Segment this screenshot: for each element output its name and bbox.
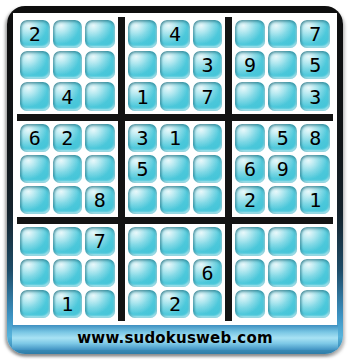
cell-r1c3[interactable] xyxy=(85,20,115,48)
cell-r9c4[interactable] xyxy=(128,290,158,318)
cell-r3c2[interactable]: 4 xyxy=(53,82,83,110)
cell-r7c3[interactable]: 7 xyxy=(85,227,115,255)
box-4: 628 xyxy=(17,121,118,218)
cell-r7c4[interactable] xyxy=(128,227,158,255)
box-2: 4317 xyxy=(125,17,226,114)
cell-r2c8[interactable] xyxy=(268,51,298,79)
cell-r9c7[interactable] xyxy=(235,290,265,318)
cell-r5c2[interactable] xyxy=(53,155,83,183)
cell-r3c1[interactable] xyxy=(20,82,50,110)
cell-r9c5[interactable]: 2 xyxy=(160,290,190,318)
sudoku-page: 24 4317 7953 628 315 586921 71 62 www.su… xyxy=(0,0,350,360)
cell-r1c6[interactable] xyxy=(193,20,223,48)
cell-r7c2[interactable] xyxy=(53,227,83,255)
cell-r7c7[interactable] xyxy=(235,227,265,255)
cell-r2c1[interactable] xyxy=(20,51,50,79)
box-1: 24 xyxy=(17,17,118,114)
cell-r6c9[interactable]: 1 xyxy=(300,186,330,214)
cell-r9c2[interactable]: 1 xyxy=(53,290,83,318)
cell-r5c7[interactable]: 6 xyxy=(235,155,265,183)
cell-r6c6[interactable] xyxy=(193,186,223,214)
cell-r4c6[interactable] xyxy=(193,124,223,152)
cell-r2c3[interactable] xyxy=(85,51,115,79)
cell-r4c8[interactable]: 5 xyxy=(268,124,298,152)
cell-r3c4[interactable]: 1 xyxy=(128,82,158,110)
cell-r8c5[interactable] xyxy=(160,259,190,287)
cell-r9c6[interactable] xyxy=(193,290,223,318)
cell-r8c4[interactable] xyxy=(128,259,158,287)
cell-r8c8[interactable] xyxy=(268,259,298,287)
cell-r4c3[interactable] xyxy=(85,124,115,152)
cell-r5c9[interactable] xyxy=(300,155,330,183)
cell-r5c8[interactable]: 9 xyxy=(268,155,298,183)
cell-r2c7[interactable]: 9 xyxy=(235,51,265,79)
cell-r4c7[interactable] xyxy=(235,124,265,152)
cell-r4c1[interactable]: 6 xyxy=(20,124,50,152)
box-7: 71 xyxy=(17,224,118,321)
cell-r4c9[interactable]: 8 xyxy=(300,124,330,152)
cell-r2c5[interactable] xyxy=(160,51,190,79)
cell-r3c3[interactable] xyxy=(85,82,115,110)
cell-r7c1[interactable] xyxy=(20,227,50,255)
cell-r4c2[interactable]: 2 xyxy=(53,124,83,152)
cell-r4c4[interactable]: 3 xyxy=(128,124,158,152)
sudoku-board: 24 4317 7953 628 315 586921 71 62 xyxy=(13,13,337,325)
cell-r1c2[interactable] xyxy=(53,20,83,48)
cell-r3c5[interactable] xyxy=(160,82,190,110)
cell-r8c7[interactable] xyxy=(235,259,265,287)
cell-r9c1[interactable] xyxy=(20,290,50,318)
cell-r7c9[interactable] xyxy=(300,227,330,255)
footer-url: www.sudokusweb.com xyxy=(77,329,272,347)
cell-r2c2[interactable] xyxy=(53,51,83,79)
cell-r3c6[interactable]: 7 xyxy=(193,82,223,110)
cell-r8c3[interactable] xyxy=(85,259,115,287)
cell-r7c6[interactable] xyxy=(193,227,223,255)
cell-r8c6[interactable]: 6 xyxy=(193,259,223,287)
cell-r8c2[interactable] xyxy=(53,259,83,287)
cell-r9c9[interactable] xyxy=(300,290,330,318)
cell-r7c5[interactable] xyxy=(160,227,190,255)
cell-r1c1[interactable]: 2 xyxy=(20,20,50,48)
box-9 xyxy=(232,224,333,321)
cell-r5c3[interactable] xyxy=(85,155,115,183)
cell-r5c4[interactable]: 5 xyxy=(128,155,158,183)
box-6: 586921 xyxy=(232,121,333,218)
cell-r9c3[interactable] xyxy=(85,290,115,318)
cell-r3c7[interactable] xyxy=(235,82,265,110)
cell-r5c1[interactable] xyxy=(20,155,50,183)
cell-r3c9[interactable]: 3 xyxy=(300,82,330,110)
cell-r6c3[interactable]: 8 xyxy=(85,186,115,214)
cell-r9c8[interactable] xyxy=(268,290,298,318)
cell-r7c8[interactable] xyxy=(268,227,298,255)
cell-r3c8[interactable] xyxy=(268,82,298,110)
cell-r1c7[interactable] xyxy=(235,20,265,48)
site-footer: www.sudokusweb.com xyxy=(12,325,338,350)
cell-r2c9[interactable]: 5 xyxy=(300,51,330,79)
cell-r4c5[interactable]: 1 xyxy=(160,124,190,152)
cell-r8c9[interactable] xyxy=(300,259,330,287)
cell-r1c9[interactable]: 7 xyxy=(300,20,330,48)
cell-r2c6[interactable]: 3 xyxy=(193,51,223,79)
cell-r6c5[interactable] xyxy=(160,186,190,214)
cell-r2c4[interactable] xyxy=(128,51,158,79)
cell-r6c8[interactable] xyxy=(268,186,298,214)
cell-r6c1[interactable] xyxy=(20,186,50,214)
cell-r6c2[interactable] xyxy=(53,186,83,214)
cell-r5c5[interactable] xyxy=(160,155,190,183)
cell-r5c6[interactable] xyxy=(193,155,223,183)
cell-r1c5[interactable]: 4 xyxy=(160,20,190,48)
cell-r6c4[interactable] xyxy=(128,186,158,214)
board-frame: 24 4317 7953 628 315 586921 71 62 www.su… xyxy=(7,6,343,354)
cell-r1c4[interactable] xyxy=(128,20,158,48)
box-3: 7953 xyxy=(232,17,333,114)
cell-r6c7[interactable]: 2 xyxy=(235,186,265,214)
box-8: 62 xyxy=(125,224,226,321)
cell-r8c1[interactable] xyxy=(20,259,50,287)
cell-r1c8[interactable] xyxy=(268,20,298,48)
box-5: 315 xyxy=(125,121,226,218)
